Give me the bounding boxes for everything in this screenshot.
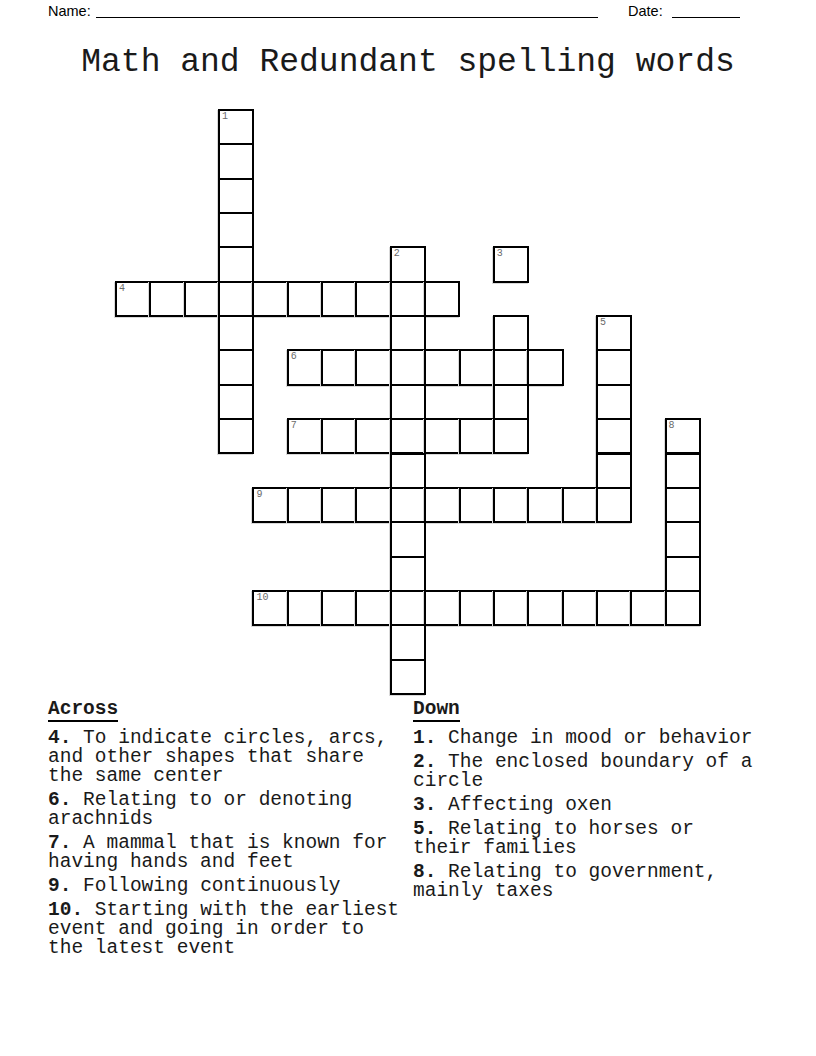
- grid-cell[interactable]: [390, 349, 426, 385]
- grid-cell[interactable]: [355, 349, 391, 385]
- grid-cell[interactable]: [493, 418, 529, 454]
- crossword-grid: 12345678910: [115, 109, 703, 697]
- clue-number: 2: [394, 248, 400, 259]
- clue-text: Change in mood or behavior: [436, 727, 752, 749]
- grid-cell[interactable]: [184, 281, 220, 317]
- clue-text: Affecting oxen: [436, 794, 612, 816]
- grid-cell[interactable]: [493, 315, 529, 351]
- down-clues-section: Down 1. Change in mood or behavior2. The…: [413, 700, 758, 906]
- grid-cell[interactable]: [218, 212, 254, 248]
- grid-cell[interactable]: [527, 590, 563, 626]
- clue: 7. A mammal that is known for having han…: [48, 834, 408, 872]
- clue-number: 1: [222, 111, 228, 122]
- grid-cell[interactable]: [459, 418, 495, 454]
- grid-cell[interactable]: [321, 590, 357, 626]
- clue-number: 9: [256, 489, 262, 500]
- grid-cell[interactable]: [493, 590, 529, 626]
- grid-cell[interactable]: [252, 281, 288, 317]
- clue: 5. Relating to horses or their families: [413, 820, 758, 858]
- grid-cell[interactable]: [218, 384, 254, 420]
- grid-cell[interactable]: [424, 487, 460, 523]
- grid-cell[interactable]: [218, 281, 254, 317]
- grid-cell[interactable]: [218, 349, 254, 385]
- clue-text: Starting with the earliest event and goi…: [48, 899, 399, 959]
- grid-cell[interactable]: [390, 487, 426, 523]
- clue-number: 4: [119, 283, 125, 294]
- clue: 3. Affecting oxen: [413, 796, 758, 815]
- grid-cell[interactable]: [287, 281, 323, 317]
- clue-number-label: 9.: [48, 875, 71, 897]
- clue-number: 10: [256, 592, 268, 603]
- grid-cell[interactable]: 2: [390, 246, 426, 282]
- clue-number: 3: [497, 248, 503, 259]
- clue-text: To indicate circles, arcs, and other sha…: [48, 727, 387, 787]
- grid-cell[interactable]: [218, 418, 254, 454]
- grid-cell[interactable]: [424, 281, 460, 317]
- grid-cell[interactable]: [424, 590, 460, 626]
- name-label: Name:: [48, 3, 91, 19]
- down-heading: Down: [413, 700, 460, 722]
- grid-cell[interactable]: [390, 556, 426, 592]
- grid-cell[interactable]: [355, 281, 391, 317]
- grid-cell[interactable]: [355, 487, 391, 523]
- date-label: Date:: [628, 3, 663, 19]
- grid-cell[interactable]: 5: [596, 315, 632, 351]
- grid-cell[interactable]: [321, 487, 357, 523]
- grid-cell[interactable]: 7: [287, 418, 323, 454]
- grid-cell[interactable]: [562, 487, 598, 523]
- grid-cell[interactable]: [596, 384, 632, 420]
- grid-cell[interactable]: [390, 418, 426, 454]
- clue-number: 5: [600, 317, 606, 328]
- grid-cell[interactable]: [527, 487, 563, 523]
- clue-text: Following continuously: [71, 875, 340, 897]
- grid-cell[interactable]: [424, 349, 460, 385]
- grid-cell[interactable]: [355, 590, 391, 626]
- grid-cell[interactable]: [665, 590, 701, 626]
- grid-cell[interactable]: [665, 487, 701, 523]
- grid-cell[interactable]: 4: [115, 281, 151, 317]
- grid-cell[interactable]: [218, 178, 254, 214]
- grid-cell[interactable]: 6: [287, 349, 323, 385]
- clue: 2. The enclosed boundary of a circle: [413, 753, 758, 791]
- clue-number: 7: [291, 420, 297, 431]
- grid-cell[interactable]: [390, 315, 426, 351]
- grid-cell[interactable]: [287, 487, 323, 523]
- grid-cell[interactable]: [424, 418, 460, 454]
- clue-text: The enclosed boundary of a circle: [413, 751, 752, 792]
- grid-cell[interactable]: [630, 590, 666, 626]
- grid-cell[interactable]: [390, 281, 426, 317]
- grid-cell[interactable]: [493, 349, 529, 385]
- grid-cell[interactable]: [390, 590, 426, 626]
- grid-cell[interactable]: [218, 143, 254, 179]
- grid-cell[interactable]: [218, 246, 254, 282]
- date-blank-line[interactable]: [672, 0, 740, 18]
- grid-cell[interactable]: [218, 315, 254, 351]
- across-heading: Across: [48, 700, 118, 722]
- grid-cell[interactable]: [390, 453, 426, 489]
- page-title: Math and Redundant spelling words: [0, 44, 816, 81]
- grid-cell[interactable]: [596, 590, 632, 626]
- grid-cell[interactable]: [493, 384, 529, 420]
- grid-cell[interactable]: [527, 349, 563, 385]
- clue: 10. Starting with the earliest event and…: [48, 901, 408, 958]
- clue: 1. Change in mood or behavior: [413, 729, 758, 748]
- grid-cell[interactable]: [665, 453, 701, 489]
- clue: 9. Following continuously: [48, 877, 408, 896]
- grid-cell[interactable]: [390, 521, 426, 557]
- grid-cell[interactable]: [562, 590, 598, 626]
- grid-cell[interactable]: [355, 418, 391, 454]
- grid-cell[interactable]: [287, 590, 323, 626]
- grid-cell[interactable]: 8: [665, 418, 701, 454]
- clue-text: Relating to horses or their families: [413, 818, 694, 859]
- grid-cell[interactable]: [596, 453, 632, 489]
- down-clue-list: 1. Change in mood or behavior2. The encl…: [413, 729, 758, 901]
- grid-cell[interactable]: 10: [252, 590, 288, 626]
- grid-cell[interactable]: [596, 487, 632, 523]
- clue-text: Relating to government, mainly taxes: [413, 861, 717, 902]
- clue-text: A mammal that is known for having hands …: [48, 832, 387, 873]
- clue-number-label: 3.: [413, 794, 436, 816]
- clue-number-label: 1.: [413, 727, 436, 749]
- name-blank-line[interactable]: [96, 0, 598, 18]
- grid-cell[interactable]: [321, 349, 357, 385]
- across-clues-section: Across 4. To indicate circles, arcs, and…: [48, 700, 408, 963]
- grid-cell[interactable]: [390, 624, 426, 660]
- clue: 4. To indicate circles, arcs, and other …: [48, 729, 408, 786]
- grid-cell[interactable]: [665, 521, 701, 557]
- clue: 8. Relating to government, mainly taxes: [413, 863, 758, 901]
- clue-number: 6: [291, 351, 297, 362]
- grid-cell[interactable]: [459, 590, 495, 626]
- grid-cell[interactable]: [149, 281, 185, 317]
- clue-text: Relating to or denoting arachnids: [48, 789, 352, 830]
- grid-cell[interactable]: 9: [252, 487, 288, 523]
- grid-cell[interactable]: [459, 487, 495, 523]
- grid-cell[interactable]: [390, 384, 426, 420]
- grid-cell[interactable]: [596, 418, 632, 454]
- grid-cell[interactable]: [596, 349, 632, 385]
- grid-cell[interactable]: [459, 349, 495, 385]
- across-clue-list: 4. To indicate circles, arcs, and other …: [48, 729, 408, 958]
- grid-cell[interactable]: [321, 281, 357, 317]
- grid-cell[interactable]: [493, 487, 529, 523]
- grid-cell[interactable]: 1: [218, 109, 254, 145]
- grid-cell[interactable]: [390, 659, 426, 695]
- grid-cell[interactable]: 3: [493, 246, 529, 282]
- grid-cell[interactable]: [321, 418, 357, 454]
- clue: 6. Relating to or denoting arachnids: [48, 791, 408, 829]
- clue-number: 8: [669, 420, 675, 431]
- grid-cell[interactable]: [665, 556, 701, 592]
